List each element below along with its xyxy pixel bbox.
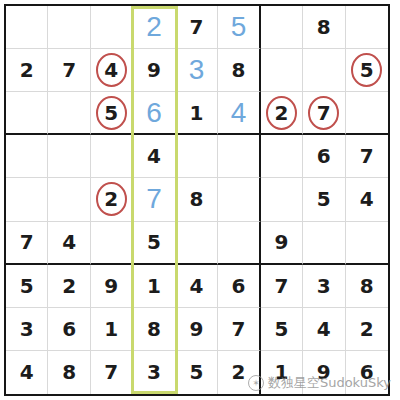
cell-r5c9[interactable]: 4 (346, 178, 388, 221)
cell-r9c7[interactable]: 1 (261, 351, 303, 394)
given-digit: 4 (20, 362, 34, 382)
given-digit: 8 (360, 276, 374, 296)
cell-r8c7[interactable]: 5 (261, 308, 303, 351)
cell-r3c9[interactable] (346, 92, 388, 135)
cell-r4c6[interactable] (218, 135, 260, 178)
cell-r5c1[interactable] (6, 178, 48, 221)
cell-r7c7[interactable]: 7 (261, 265, 303, 308)
cell-r3c5[interactable]: 1 (176, 92, 218, 135)
cell-r6c8[interactable] (303, 222, 345, 265)
cell-r6c3[interactable] (91, 222, 133, 265)
cell-r9c3[interactable]: 7 (91, 351, 133, 394)
given-digit: 7 (20, 232, 34, 252)
given-digit: 4 (360, 189, 374, 209)
cell-r8c6[interactable]: 7 (218, 308, 260, 351)
cell-r1c5[interactable]: 7 (176, 6, 218, 49)
given-digit: 7 (231, 319, 245, 339)
red-circle-annotation: 7 (308, 96, 339, 130)
cell-r2c8[interactable] (303, 49, 345, 92)
cell-r4c5[interactable] (176, 135, 218, 178)
given-digit: 5 (147, 232, 161, 252)
cell-r3c2[interactable] (48, 92, 90, 135)
cell-r5c8[interactable]: 5 (303, 178, 345, 221)
given-digit: 8 (231, 60, 245, 80)
cell-r7c5[interactable]: 4 (176, 265, 218, 308)
solver-digit: 4 (231, 99, 247, 127)
cell-r6c6[interactable] (218, 222, 260, 265)
given-digit: 6 (360, 362, 374, 382)
red-circle-annotation: 2 (96, 182, 127, 216)
cell-r8c8[interactable]: 4 (303, 308, 345, 351)
cell-r8c1[interactable]: 3 (6, 308, 48, 351)
cell-r1c1[interactable] (6, 6, 48, 49)
given-digit: 8 (190, 189, 204, 209)
given-digit: 9 (317, 362, 331, 382)
cell-r5c6[interactable] (218, 178, 260, 221)
given-digit: 4 (62, 232, 76, 252)
given-digit: 7 (190, 17, 204, 37)
cell-r4c1[interactable] (6, 135, 48, 178)
given-digit: 6 (317, 146, 331, 166)
cell-r4c8[interactable]: 6 (303, 135, 345, 178)
given-digit: 2 (360, 319, 374, 339)
given-digit: 2 (20, 60, 34, 80)
given-digit: 5 (190, 362, 204, 382)
given-digit: 9 (274, 232, 288, 252)
circled-digit: 2 (104, 189, 118, 209)
cell-r6c7[interactable]: 9 (261, 222, 303, 265)
given-digit: 4 (147, 146, 161, 166)
given-digit: 7 (274, 276, 288, 296)
red-circle-annotation: 2 (266, 96, 297, 130)
circled-digit: 5 (360, 60, 374, 80)
cell-r7c4[interactable]: 1 (133, 265, 175, 308)
given-digit: 1 (190, 103, 204, 123)
cell-r8c2[interactable]: 6 (48, 308, 90, 351)
red-circle-annotation: 5 (351, 53, 382, 87)
cell-r9c9[interactable]: 6 (346, 351, 388, 394)
solver-digit: 7 (146, 185, 162, 213)
given-digit: 8 (62, 362, 76, 382)
cell-r4c2[interactable] (48, 135, 90, 178)
cell-r8c3[interactable]: 1 (91, 308, 133, 351)
cell-r2c5[interactable]: 3 (176, 49, 218, 92)
cell-r7c2[interactable]: 2 (48, 265, 90, 308)
cell-r3c4[interactable]: 6 (133, 92, 175, 135)
cell-r5c4[interactable]: 7 (133, 178, 175, 221)
cell-r4c4[interactable]: 4 (133, 135, 175, 178)
cell-r3c8[interactable]: 7 (303, 92, 345, 135)
given-digit: 1 (104, 319, 118, 339)
given-digit: 3 (20, 319, 34, 339)
solver-digit: 6 (146, 99, 162, 127)
solver-digit: 2 (146, 13, 162, 41)
cell-r9c1[interactable]: 4 (6, 351, 48, 394)
given-digit: 3 (147, 362, 161, 382)
cell-r1c3[interactable] (91, 6, 133, 49)
cell-r1c2[interactable] (48, 6, 90, 49)
given-digit: 5 (20, 276, 34, 296)
given-digit: 7 (104, 362, 118, 382)
given-digit: 9 (104, 276, 118, 296)
cell-r3c7[interactable]: 2 (261, 92, 303, 135)
given-digit: 4 (190, 276, 204, 296)
cell-r2c3[interactable]: 4 (91, 49, 133, 92)
cell-r6c9[interactable] (346, 222, 388, 265)
cell-r7c6[interactable]: 6 (218, 265, 260, 308)
solver-digit: 5 (231, 13, 247, 41)
given-digit: 9 (147, 60, 161, 80)
cell-r9c4[interactable]: 3 (133, 351, 175, 394)
circled-digit: 4 (104, 60, 118, 80)
cell-r2c2[interactable]: 7 (48, 49, 90, 92)
cell-r7c1[interactable]: 5 (6, 265, 48, 308)
given-digit: 6 (231, 276, 245, 296)
cell-r1c8[interactable]: 8 (303, 6, 345, 49)
cell-r2c6[interactable]: 8 (218, 49, 260, 92)
cell-r1c6[interactable]: 5 (218, 6, 260, 49)
cell-r2c1[interactable]: 2 (6, 49, 48, 92)
cell-r4c7[interactable] (261, 135, 303, 178)
cell-r6c1[interactable]: 7 (6, 222, 48, 265)
cell-r9c5[interactable]: 5 (176, 351, 218, 394)
cell-r8c5[interactable]: 9 (176, 308, 218, 351)
cell-r6c2[interactable]: 4 (48, 222, 90, 265)
cell-r4c3[interactable] (91, 135, 133, 178)
cell-r1c4[interactable]: 2 (133, 6, 175, 49)
given-digit: 7 (62, 60, 76, 80)
given-digit: 2 (62, 276, 76, 296)
cell-r9c6[interactable]: 2 (218, 351, 260, 394)
circled-digit: 2 (274, 103, 288, 123)
cell-r8c4[interactable]: 8 (133, 308, 175, 351)
given-digit: 4 (317, 319, 331, 339)
cell-r6c5[interactable] (176, 222, 218, 265)
cell-r7c3[interactable]: 9 (91, 265, 133, 308)
given-digit: 6 (62, 319, 76, 339)
given-digit: 7 (360, 146, 374, 166)
cell-r5c5[interactable]: 8 (176, 178, 218, 221)
cell-r8c9[interactable]: 2 (346, 308, 388, 351)
cell-r2c7[interactable] (261, 49, 303, 92)
given-digit: 8 (317, 17, 331, 37)
cell-r2c9[interactable]: 5 (346, 49, 388, 92)
cell-r3c6[interactable]: 4 (218, 92, 260, 135)
cell-r7c8[interactable]: 3 (303, 265, 345, 308)
given-digit: 5 (274, 319, 288, 339)
given-digit: 1 (147, 276, 161, 296)
red-circle-annotation: 4 (96, 53, 127, 87)
circled-digit: 5 (104, 103, 118, 123)
given-digit: 2 (231, 362, 245, 382)
cell-r6c4[interactable]: 5 (133, 222, 175, 265)
cell-r4c9[interactable]: 7 (346, 135, 388, 178)
sudoku-board: 2758274938556142746727854745952914673836… (4, 4, 390, 396)
given-digit: 5 (317, 189, 331, 209)
given-digit: 9 (190, 319, 204, 339)
cell-r3c3[interactable]: 5 (91, 92, 133, 135)
cell-r1c9[interactable] (346, 6, 388, 49)
cell-r9c8[interactable]: 9 (303, 351, 345, 394)
cell-r1c7[interactable] (261, 6, 303, 49)
cell-r5c2[interactable] (48, 178, 90, 221)
given-digit: 3 (317, 276, 331, 296)
red-circle-annotation: 5 (96, 96, 127, 130)
cell-r3c1[interactable] (6, 92, 48, 135)
given-digit: 1 (274, 362, 288, 382)
cell-r9c2[interactable]: 8 (48, 351, 90, 394)
cell-r2c4[interactable]: 9 (133, 49, 175, 92)
given-digit: 8 (147, 319, 161, 339)
cell-r7c9[interactable]: 8 (346, 265, 388, 308)
solver-digit: 3 (189, 56, 205, 84)
circled-digit: 7 (317, 103, 331, 123)
cell-r5c3[interactable]: 2 (91, 178, 133, 221)
cell-r5c7[interactable] (261, 178, 303, 221)
